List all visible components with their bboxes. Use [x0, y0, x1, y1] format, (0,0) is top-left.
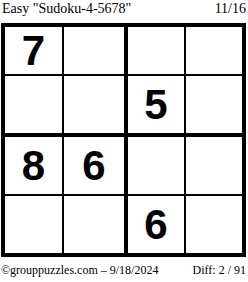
cell-r3c3[interactable]	[128, 137, 186, 196]
cell-r4c2[interactable]	[64, 196, 128, 253]
cell-r1c2[interactable]	[64, 27, 128, 76]
cell-r4c3[interactable]: 6	[128, 196, 186, 253]
page-title: Easy "Sudoku-4-5678"	[2, 1, 131, 17]
cell-r2c3[interactable]: 5	[128, 76, 186, 137]
cell-r2c1[interactable]	[5, 76, 64, 137]
difficulty-text: Diff: 2 / 91	[193, 263, 246, 278]
cell-r2c2[interactable]	[64, 76, 128, 137]
cell-r4c1[interactable]	[5, 196, 64, 253]
cell-r2c4[interactable]	[186, 76, 242, 137]
cell-r3c4[interactable]	[186, 137, 242, 196]
cell-r4c4[interactable]	[186, 196, 242, 253]
cell-r1c3[interactable]	[128, 27, 186, 76]
page-number: 11/16	[215, 1, 246, 17]
cell-r3c1[interactable]: 8	[5, 137, 64, 196]
copyright-text: ©grouppuzzles.com – 9/18/2024	[1, 263, 158, 278]
cell-r1c4[interactable]	[186, 27, 242, 76]
cell-r3c2[interactable]: 6	[64, 137, 128, 196]
sudoku-board: 7 5 8 6 6	[1, 23, 246, 257]
cell-r1c1[interactable]: 7	[5, 27, 64, 76]
